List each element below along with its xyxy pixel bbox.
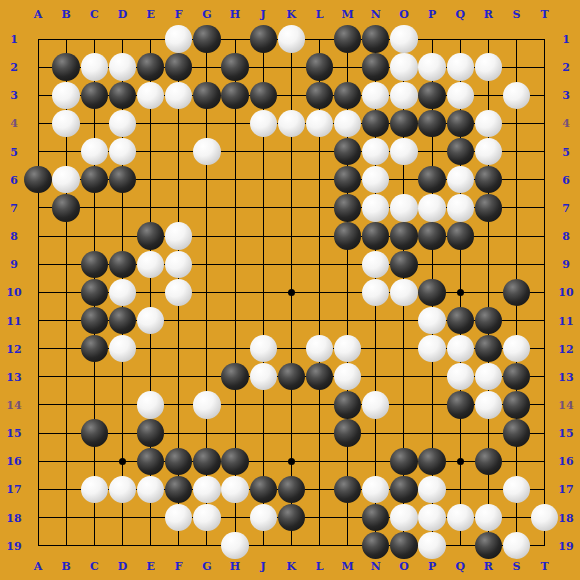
stone-black-n2[interactable] <box>362 53 389 80</box>
stone-white-n10[interactable] <box>362 279 389 306</box>
stone-white-j4[interactable] <box>250 110 277 137</box>
row-label-right-4: 4 <box>562 117 570 130</box>
stone-black-p16[interactable] <box>418 448 445 475</box>
col-label-bottom-l: L <box>316 560 324 573</box>
stone-white-f10[interactable] <box>165 279 192 306</box>
stone-white-h19[interactable] <box>221 532 248 559</box>
col-label-top-p: P <box>428 8 436 21</box>
stone-white-r5[interactable] <box>475 138 502 165</box>
row-label-right-9: 9 <box>562 258 570 271</box>
stone-white-d10[interactable] <box>109 279 136 306</box>
stone-black-f16[interactable] <box>165 448 192 475</box>
stone-white-j18[interactable] <box>250 504 277 531</box>
stone-black-m14[interactable] <box>334 391 361 418</box>
stone-black-j1[interactable] <box>250 25 277 52</box>
stone-black-o17[interactable] <box>390 476 417 503</box>
stone-black-h2[interactable] <box>221 53 248 80</box>
stone-black-n1[interactable] <box>362 25 389 52</box>
col-label-top-s: S <box>513 8 521 21</box>
stone-white-n7[interactable] <box>362 194 389 221</box>
stone-black-q8[interactable] <box>447 222 474 249</box>
stone-black-c11[interactable] <box>81 307 108 334</box>
stone-black-f2[interactable] <box>165 53 192 80</box>
stone-black-b7[interactable] <box>52 194 79 221</box>
star-point-d16 <box>119 458 126 465</box>
stone-black-g1[interactable] <box>193 25 220 52</box>
row-label-right-8: 8 <box>562 230 570 243</box>
stone-black-c10[interactable] <box>81 279 108 306</box>
row-label-right-7: 7 <box>562 201 570 214</box>
stone-white-d12[interactable] <box>109 335 136 362</box>
stone-black-o19[interactable] <box>390 532 417 559</box>
stone-black-m6[interactable] <box>334 166 361 193</box>
stone-black-l13[interactable] <box>306 363 333 390</box>
stone-black-g3[interactable] <box>193 82 220 109</box>
stone-white-g17[interactable] <box>193 476 220 503</box>
col-label-bottom-d: D <box>118 560 128 573</box>
stone-white-e14[interactable] <box>137 391 164 418</box>
col-label-top-q: Q <box>455 8 465 21</box>
stone-white-q13[interactable] <box>447 363 474 390</box>
stone-white-q2[interactable] <box>447 53 474 80</box>
stone-black-b2[interactable] <box>52 53 79 80</box>
col-label-top-k: K <box>287 8 297 21</box>
col-label-bottom-n: N <box>371 560 381 573</box>
stone-black-c3[interactable] <box>81 82 108 109</box>
row-label-left-8: 8 <box>10 230 18 243</box>
col-label-bottom-g: G <box>202 560 211 573</box>
stone-black-o4[interactable] <box>390 110 417 137</box>
stone-black-q5[interactable] <box>447 138 474 165</box>
stone-black-c6[interactable] <box>81 166 108 193</box>
stone-white-c2[interactable] <box>81 53 108 80</box>
col-label-top-m: M <box>342 8 354 21</box>
stone-white-o10[interactable] <box>390 279 417 306</box>
stone-white-g18[interactable] <box>193 504 220 531</box>
row-label-right-6: 6 <box>562 173 570 186</box>
stone-white-j12[interactable] <box>250 335 277 362</box>
stone-black-r12[interactable] <box>475 335 502 362</box>
row-label-right-12: 12 <box>558 342 573 355</box>
stone-white-l4[interactable] <box>306 110 333 137</box>
row-label-left-18: 18 <box>6 511 21 524</box>
col-label-top-a: A <box>34 8 43 21</box>
stone-white-d17[interactable] <box>109 476 136 503</box>
col-label-bottom-h: H <box>230 560 240 573</box>
stone-black-j17[interactable] <box>250 476 277 503</box>
stone-white-s19[interactable] <box>503 532 530 559</box>
stone-black-f17[interactable] <box>165 476 192 503</box>
stone-black-p10[interactable] <box>418 279 445 306</box>
stone-black-k18[interactable] <box>278 504 305 531</box>
stone-white-o18[interactable] <box>390 504 417 531</box>
col-label-bottom-t: T <box>541 560 549 573</box>
row-label-right-2: 2 <box>562 61 570 74</box>
grid-line-row-14 <box>38 433 545 434</box>
stone-black-e8[interactable] <box>137 222 164 249</box>
stone-black-c12[interactable] <box>81 335 108 362</box>
stone-white-c17[interactable] <box>81 476 108 503</box>
stone-white-s3[interactable] <box>503 82 530 109</box>
stone-black-e15[interactable] <box>137 419 164 446</box>
row-label-right-15: 15 <box>558 427 573 440</box>
row-label-right-16: 16 <box>558 455 573 468</box>
stone-black-h13[interactable] <box>221 363 248 390</box>
stone-black-d9[interactable] <box>109 251 136 278</box>
stone-white-q7[interactable] <box>447 194 474 221</box>
stone-black-p3[interactable] <box>418 82 445 109</box>
row-label-right-19: 19 <box>558 539 573 552</box>
stone-black-r16[interactable] <box>475 448 502 475</box>
stone-black-l3[interactable] <box>306 82 333 109</box>
goban[interactable]: AABBCCDDEEFFGGHHJJKKLLMMNNOOPPQQRRSSTT11… <box>0 0 580 580</box>
stone-black-h16[interactable] <box>221 448 248 475</box>
col-label-bottom-o: O <box>399 560 409 573</box>
col-label-bottom-a: A <box>34 560 43 573</box>
col-label-top-n: N <box>371 8 381 21</box>
stone-white-t18[interactable] <box>531 504 558 531</box>
stone-black-p4[interactable] <box>418 110 445 137</box>
col-label-top-d: D <box>118 8 128 21</box>
stone-white-q6[interactable] <box>447 166 474 193</box>
stone-white-o2[interactable] <box>390 53 417 80</box>
row-label-right-18: 18 <box>558 511 573 524</box>
stone-black-m1[interactable] <box>334 25 361 52</box>
stone-white-q3[interactable] <box>447 82 474 109</box>
stone-black-s14[interactable] <box>503 391 530 418</box>
grid-line-col-18 <box>544 39 545 546</box>
col-label-top-c: C <box>90 8 99 21</box>
stone-black-a6[interactable] <box>24 166 51 193</box>
col-label-bottom-j: J <box>261 560 266 573</box>
col-label-bottom-c: C <box>90 560 99 573</box>
row-label-left-3: 3 <box>10 89 18 102</box>
stone-black-m5[interactable] <box>334 138 361 165</box>
stone-black-n8[interactable] <box>362 222 389 249</box>
col-label-top-l: L <box>316 8 324 21</box>
stone-black-s13[interactable] <box>503 363 530 390</box>
stone-white-h17[interactable] <box>221 476 248 503</box>
stone-white-l12[interactable] <box>306 335 333 362</box>
row-label-left-19: 19 <box>6 539 21 552</box>
stone-white-n3[interactable] <box>362 82 389 109</box>
col-label-bottom-r: R <box>484 560 493 573</box>
row-label-left-13: 13 <box>6 370 21 383</box>
stone-white-r18[interactable] <box>475 504 502 531</box>
stone-white-p7[interactable] <box>418 194 445 221</box>
stone-black-m15[interactable] <box>334 419 361 446</box>
col-label-top-o: O <box>399 8 409 21</box>
star-point-q16 <box>457 458 464 465</box>
col-label-top-g: G <box>202 8 211 21</box>
stone-white-p19[interactable] <box>418 532 445 559</box>
grid-line-row-18 <box>38 545 545 546</box>
col-label-bottom-q: Q <box>455 560 465 573</box>
stone-black-m7[interactable] <box>334 194 361 221</box>
stone-white-e11[interactable] <box>137 307 164 334</box>
stone-white-n14[interactable] <box>362 391 389 418</box>
stone-black-l2[interactable] <box>306 53 333 80</box>
stone-white-p11[interactable] <box>418 307 445 334</box>
stone-white-n6[interactable] <box>362 166 389 193</box>
stone-white-n9[interactable] <box>362 251 389 278</box>
stone-white-f18[interactable] <box>165 504 192 531</box>
col-label-bottom-f: F <box>175 560 183 573</box>
stone-white-r13[interactable] <box>475 363 502 390</box>
stone-white-o7[interactable] <box>390 194 417 221</box>
stone-black-r19[interactable] <box>475 532 502 559</box>
stone-white-j13[interactable] <box>250 363 277 390</box>
col-label-bottom-b: B <box>61 560 70 573</box>
stone-white-o1[interactable] <box>390 25 417 52</box>
stone-white-f9[interactable] <box>165 251 192 278</box>
row-label-left-5: 5 <box>10 145 18 158</box>
stone-black-g16[interactable] <box>193 448 220 475</box>
stone-white-o3[interactable] <box>390 82 417 109</box>
stone-white-d5[interactable] <box>109 138 136 165</box>
stone-black-k17[interactable] <box>278 476 305 503</box>
stone-black-e2[interactable] <box>137 53 164 80</box>
stone-white-r2[interactable] <box>475 53 502 80</box>
row-label-left-14: 14 <box>6 398 21 411</box>
stone-white-r4[interactable] <box>475 110 502 137</box>
stone-white-q18[interactable] <box>447 504 474 531</box>
stone-white-s17[interactable] <box>503 476 530 503</box>
row-label-right-17: 17 <box>558 483 573 496</box>
stone-black-r7[interactable] <box>475 194 502 221</box>
stone-white-e17[interactable] <box>137 476 164 503</box>
stone-black-c15[interactable] <box>81 419 108 446</box>
star-point-q10 <box>457 289 464 296</box>
stone-black-d3[interactable] <box>109 82 136 109</box>
stone-white-d2[interactable] <box>109 53 136 80</box>
stone-black-o16[interactable] <box>390 448 417 475</box>
stone-white-q12[interactable] <box>447 335 474 362</box>
stone-black-n18[interactable] <box>362 504 389 531</box>
stone-black-k13[interactable] <box>278 363 305 390</box>
stone-white-n17[interactable] <box>362 476 389 503</box>
stone-black-r11[interactable] <box>475 307 502 334</box>
stone-black-m8[interactable] <box>334 222 361 249</box>
stone-black-p6[interactable] <box>418 166 445 193</box>
stone-black-r6[interactable] <box>475 166 502 193</box>
stone-white-k1[interactable] <box>278 25 305 52</box>
star-point-k10 <box>288 289 295 296</box>
stone-white-g14[interactable] <box>193 391 220 418</box>
stone-white-d4[interactable] <box>109 110 136 137</box>
row-label-right-11: 11 <box>558 314 573 327</box>
stone-white-b3[interactable] <box>52 82 79 109</box>
col-label-bottom-e: E <box>146 560 154 573</box>
stone-black-n4[interactable] <box>362 110 389 137</box>
row-label-right-3: 3 <box>562 89 570 102</box>
row-label-left-6: 6 <box>10 173 18 186</box>
stone-black-j3[interactable] <box>250 82 277 109</box>
row-label-right-1: 1 <box>562 33 570 46</box>
stone-white-s12[interactable] <box>503 335 530 362</box>
stone-white-g5[interactable] <box>193 138 220 165</box>
row-label-left-10: 10 <box>6 286 21 299</box>
stone-black-s10[interactable] <box>503 279 530 306</box>
stone-white-p17[interactable] <box>418 476 445 503</box>
stone-white-p2[interactable] <box>418 53 445 80</box>
row-label-left-2: 2 <box>10 61 18 74</box>
col-label-top-b: B <box>61 8 70 21</box>
row-label-left-1: 1 <box>10 33 18 46</box>
row-label-left-11: 11 <box>6 314 21 327</box>
stone-white-m4[interactable] <box>334 110 361 137</box>
stone-black-s15[interactable] <box>503 419 530 446</box>
stone-black-h3[interactable] <box>221 82 248 109</box>
col-label-top-e: E <box>146 8 154 21</box>
stone-white-f3[interactable] <box>165 82 192 109</box>
col-label-bottom-p: P <box>428 560 436 573</box>
col-label-bottom-s: S <box>513 560 521 573</box>
col-label-bottom-k: K <box>287 560 297 573</box>
stone-white-f1[interactable] <box>165 25 192 52</box>
col-label-bottom-m: M <box>342 560 354 573</box>
stone-black-q14[interactable] <box>447 391 474 418</box>
stone-white-b4[interactable] <box>52 110 79 137</box>
stone-black-d6[interactable] <box>109 166 136 193</box>
stone-white-p12[interactable] <box>418 335 445 362</box>
stone-white-e3[interactable] <box>137 82 164 109</box>
stone-black-m3[interactable] <box>334 82 361 109</box>
col-label-top-t: T <box>541 8 549 21</box>
stone-white-o5[interactable] <box>390 138 417 165</box>
row-label-left-7: 7 <box>10 201 18 214</box>
stone-white-m12[interactable] <box>334 335 361 362</box>
stone-white-f8[interactable] <box>165 222 192 249</box>
stone-black-n19[interactable] <box>362 532 389 559</box>
stone-black-q4[interactable] <box>447 110 474 137</box>
row-label-left-4: 4 <box>10 117 18 130</box>
stone-white-m13[interactable] <box>334 363 361 390</box>
row-label-left-16: 16 <box>6 455 21 468</box>
stone-white-b6[interactable] <box>52 166 79 193</box>
stone-black-c9[interactable] <box>81 251 108 278</box>
stone-black-o8[interactable] <box>390 222 417 249</box>
row-label-right-13: 13 <box>558 370 573 383</box>
stone-black-o9[interactable] <box>390 251 417 278</box>
col-label-top-r: R <box>484 8 493 21</box>
stone-black-d11[interactable] <box>109 307 136 334</box>
stone-black-e16[interactable] <box>137 448 164 475</box>
stone-black-p8[interactable] <box>418 222 445 249</box>
col-label-top-h: H <box>230 8 240 21</box>
stone-white-k4[interactable] <box>278 110 305 137</box>
row-label-left-12: 12 <box>6 342 21 355</box>
star-point-k16 <box>288 458 295 465</box>
row-label-right-10: 10 <box>558 286 573 299</box>
stone-white-n5[interactable] <box>362 138 389 165</box>
stone-white-c5[interactable] <box>81 138 108 165</box>
stone-black-q11[interactable] <box>447 307 474 334</box>
row-label-left-17: 17 <box>6 483 21 496</box>
stone-black-m17[interactable] <box>334 476 361 503</box>
stone-white-e9[interactable] <box>137 251 164 278</box>
row-label-left-15: 15 <box>6 427 21 440</box>
row-label-left-9: 9 <box>10 258 18 271</box>
col-label-top-f: F <box>175 8 183 21</box>
row-label-right-5: 5 <box>562 145 570 158</box>
stone-white-r14[interactable] <box>475 391 502 418</box>
row-label-right-14: 14 <box>558 398 573 411</box>
col-label-top-j: J <box>261 8 266 21</box>
stone-white-p18[interactable] <box>418 504 445 531</box>
